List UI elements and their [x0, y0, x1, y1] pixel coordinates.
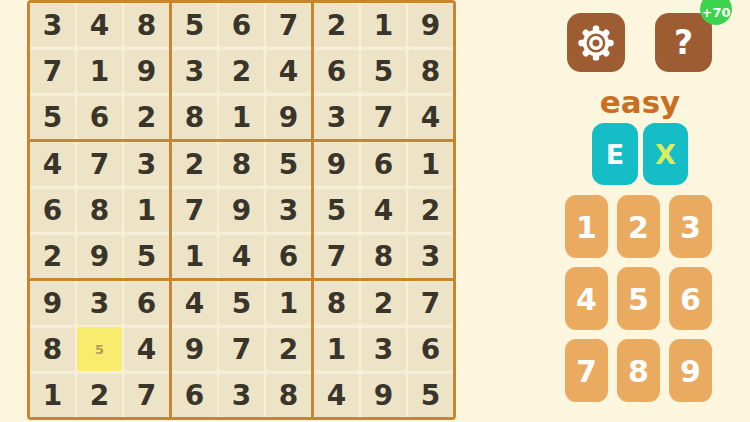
sudoku-cell[interactable]: 5 — [219, 281, 264, 325]
mode-button-x[interactable]: X — [643, 123, 688, 185]
sudoku-cell[interactable]: 5 — [30, 95, 75, 139]
sudoku-cell[interactable]: 6 — [124, 281, 169, 325]
sudoku-cell[interactable]: 4 — [314, 373, 359, 417]
sudoku-box: 348719562 — [30, 3, 169, 139]
sudoku-cell[interactable]: 2 — [408, 188, 453, 232]
sudoku-cell[interactable]: 4 — [361, 188, 406, 232]
sudoku-cell[interactable]: 9 — [361, 373, 406, 417]
sudoku-cell[interactable]: 2 — [361, 281, 406, 325]
sudoku-cell[interactable]: 9 — [266, 95, 311, 139]
sudoku-box: 219658374 — [314, 3, 453, 139]
sudoku-cell[interactable]: 5 — [314, 188, 359, 232]
sudoku-cell[interactable]: 1 — [408, 142, 453, 186]
sudoku-cell[interactable]: 7 — [124, 373, 169, 417]
sudoku-cell[interactable]: 3 — [408, 234, 453, 278]
sudoku-cell[interactable]: 8 — [361, 234, 406, 278]
sudoku-box: 473681295 — [30, 142, 169, 278]
sudoku-cell[interactable]: 9 — [219, 188, 264, 232]
sudoku-cell[interactable]: 4 — [172, 281, 217, 325]
sudoku-cell[interactable]: 9 — [77, 234, 122, 278]
sudoku-cell[interactable]: 3 — [172, 49, 217, 93]
numpad-key-9[interactable]: 9 — [669, 339, 712, 402]
sudoku-cell[interactable]: 4 — [77, 3, 122, 47]
sudoku-cell[interactable]: 9 — [30, 281, 75, 325]
sudoku-cell[interactable]: 8 — [77, 188, 122, 232]
numpad-key-3[interactable]: 3 — [669, 195, 712, 258]
sudoku-cell[interactable]: 2 — [314, 3, 359, 47]
sudoku-cell[interactable]: 7 — [314, 234, 359, 278]
sudoku-cell[interactable]: 9 — [124, 49, 169, 93]
sudoku-cell[interactable]: 7 — [266, 3, 311, 47]
question-mark-icon: ? — [674, 23, 693, 62]
sudoku-cell[interactable]: 3 — [77, 281, 122, 325]
sudoku-cell[interactable]: 9 — [408, 3, 453, 47]
numpad-key-6[interactable]: 6 — [669, 267, 712, 330]
sudoku-cell[interactable]: 2 — [124, 95, 169, 139]
sudoku-cell[interactable]: 2 — [172, 142, 217, 186]
help-button[interactable]: ? +70 — [655, 13, 712, 72]
sudoku-cell[interactable]: 8 — [408, 49, 453, 93]
numpad-key-5[interactable]: 5 — [617, 267, 660, 330]
sudoku-box: 827136495 — [314, 281, 453, 417]
sudoku-cell[interactable]: 5 — [124, 234, 169, 278]
sudoku-cell[interactable]: 1 — [266, 281, 311, 325]
sudoku-box: 285793146 — [172, 142, 311, 278]
sudoku-cell[interactable]: 1 — [219, 95, 264, 139]
settings-button[interactable] — [567, 13, 625, 72]
numpad-key-7[interactable]: 7 — [565, 339, 608, 402]
sudoku-cell[interactable]: 4 — [124, 327, 169, 371]
sudoku-cell[interactable]: 3 — [124, 142, 169, 186]
gear-icon — [576, 23, 616, 63]
numpad-key-1[interactable]: 1 — [565, 195, 608, 258]
numpad-key-4[interactable]: 4 — [565, 267, 608, 330]
sudoku-cell[interactable]: 6 — [30, 188, 75, 232]
sudoku-cell[interactable]: 6 — [77, 95, 122, 139]
sudoku-cell[interactable]: 1 — [314, 327, 359, 371]
sudoku-box: 936854127 — [30, 281, 169, 417]
sudoku-cell[interactable]: 1 — [77, 49, 122, 93]
sudoku-cell[interactable]: 8 — [172, 95, 217, 139]
sudoku-cell[interactable]: 1 — [172, 234, 217, 278]
sudoku-cell[interactable]: 5 — [408, 373, 453, 417]
pencil-mark: 5 — [95, 342, 104, 357]
sudoku-cell[interactable]: 4 — [30, 142, 75, 186]
sudoku-app: 3487195625673248192196583744736812952857… — [0, 0, 750, 422]
sudoku-box: 451972638 — [172, 281, 311, 417]
mode-button-e[interactable]: E — [592, 123, 638, 185]
sudoku-box: 961542783 — [314, 142, 453, 278]
sudoku-cell[interactable]: 3 — [30, 3, 75, 47]
sudoku-cell[interactable]: 6 — [314, 49, 359, 93]
sudoku-cell[interactable]: 2 — [77, 373, 122, 417]
sudoku-cell[interactable]: 6 — [408, 327, 453, 371]
sudoku-box: 567324819 — [172, 3, 311, 139]
sudoku-cell[interactable]: 6 — [266, 234, 311, 278]
sudoku-cell[interactable]: 2 — [30, 234, 75, 278]
sudoku-cell[interactable]: 7 — [408, 281, 453, 325]
sudoku-board: 3487195625673248192196583744736812952857… — [27, 0, 456, 420]
sudoku-cell[interactable]: 3 — [314, 95, 359, 139]
sudoku-cell[interactable]: 6 — [361, 142, 406, 186]
sudoku-cell[interactable]: 6 — [172, 373, 217, 417]
sudoku-cell[interactable]: 3 — [361, 327, 406, 371]
sudoku-cell[interactable]: 6 — [219, 3, 264, 47]
hint-count-badge: +70 — [700, 0, 732, 25]
sudoku-cell[interactable]: 2 — [266, 327, 311, 371]
sudoku-cell[interactable]: 5 — [266, 142, 311, 186]
numpad: 123456789 — [565, 195, 712, 402]
sudoku-cell[interactable]: 1 — [124, 188, 169, 232]
sudoku-cell[interactable]: 4 — [408, 95, 453, 139]
sudoku-cell[interactable]: 8 — [124, 3, 169, 47]
numpad-key-8[interactable]: 8 — [617, 339, 660, 402]
sudoku-cell[interactable]: 9 — [172, 327, 217, 371]
sudoku-cell[interactable]: 3 — [266, 188, 311, 232]
sudoku-cell[interactable]: 5 — [172, 3, 217, 47]
sudoku-cell[interactable]: 5 — [361, 49, 406, 93]
sudoku-cell[interactable]: 8 — [314, 281, 359, 325]
sudoku-cell[interactable]: 3 — [219, 373, 264, 417]
sudoku-cell[interactable]: 7 — [30, 49, 75, 93]
sudoku-cell[interactable]: 8 — [30, 327, 75, 371]
sudoku-cell[interactable]: 7 — [219, 327, 264, 371]
sudoku-cell[interactable]: 8 — [219, 142, 264, 186]
sudoku-cell[interactable]: 1 — [361, 3, 406, 47]
sudoku-cell[interactable]: 2 — [219, 49, 264, 93]
numpad-key-2[interactable]: 2 — [617, 195, 660, 258]
sudoku-cell[interactable]: 4 — [219, 234, 264, 278]
sudoku-cell[interactable]: 1 — [30, 373, 75, 417]
sudoku-cell[interactable]: 7 — [172, 188, 217, 232]
sudoku-cell[interactable]: 4 — [266, 49, 311, 93]
sudoku-cell[interactable]: 9 — [314, 142, 359, 186]
sudoku-cell[interactable]: 8 — [266, 373, 311, 417]
sudoku-cell[interactable]: 7 — [77, 142, 122, 186]
selected-cell[interactable]: 5 — [77, 327, 122, 371]
sudoku-cell[interactable]: 7 — [361, 95, 406, 139]
difficulty-label: easy — [560, 84, 720, 120]
